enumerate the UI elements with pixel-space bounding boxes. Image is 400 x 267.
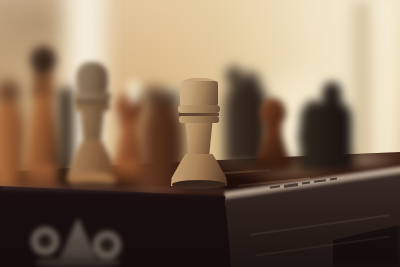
chess-photo-frame bbox=[0, 0, 400, 267]
photo-vignette bbox=[0, 0, 400, 267]
